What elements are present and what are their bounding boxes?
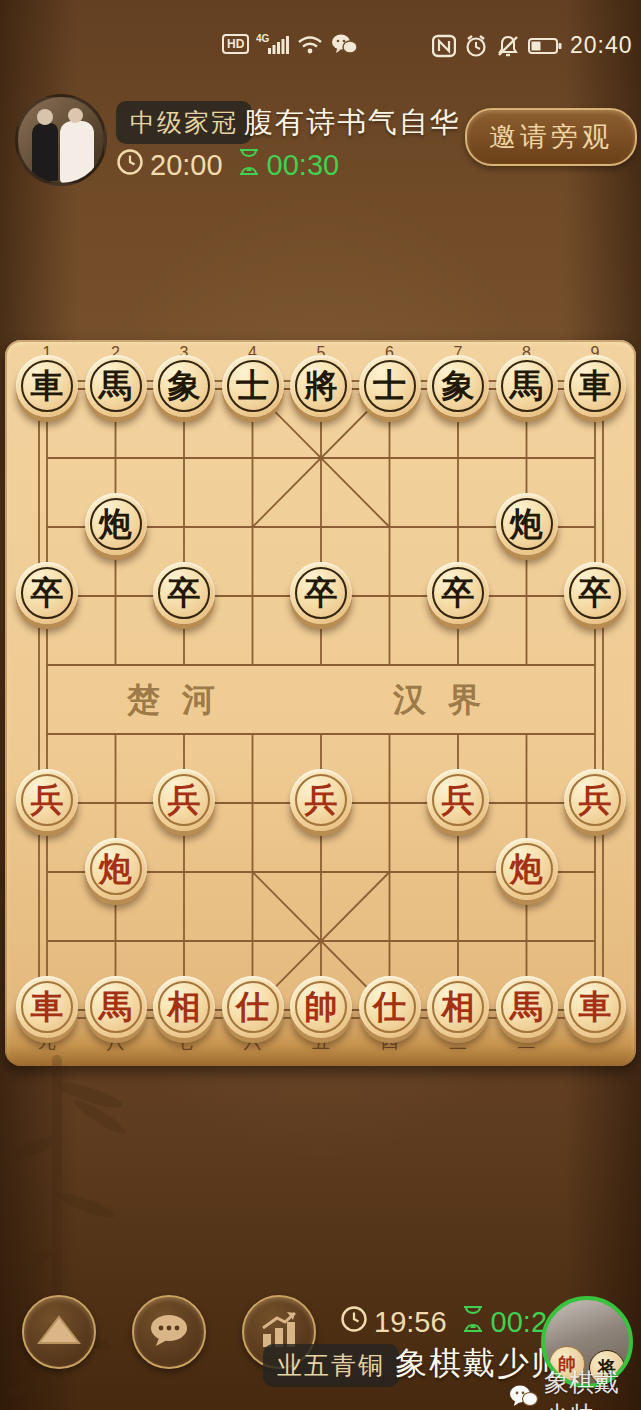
bottom-player-rank-badge: 业五青铜 <box>263 1344 399 1387</box>
piece-character: 仕 <box>227 981 279 1033</box>
piece-red-cannon[interactable]: 炮 <box>85 838 147 900</box>
piece-red-cannon[interactable]: 炮 <box>496 838 558 900</box>
top-player-timers: 20:00 00:30 <box>116 148 339 183</box>
piece-character: 卒 <box>295 567 347 619</box>
piece-character: 車 <box>569 981 621 1033</box>
piece-red-soldier[interactable]: 兵 <box>153 769 215 831</box>
top-total-time: 20:00 <box>150 149 223 182</box>
piece-character: 象 <box>432 360 484 412</box>
piece-black-horse[interactable]: 馬 <box>85 355 147 417</box>
piece-character: 馬 <box>90 360 142 412</box>
wechat-icon <box>330 32 358 56</box>
piece-character: 馬 <box>90 981 142 1033</box>
piece-character: 馬 <box>501 360 553 412</box>
top-player-rank-badge: 中级家冠 <box>116 101 252 144</box>
wechat-icon <box>508 1383 538 1410</box>
piece-black-chariot[interactable]: 車 <box>564 355 626 417</box>
piece-red-chariot[interactable]: 車 <box>16 976 78 1038</box>
piece-character: 炮 <box>90 843 142 895</box>
wifi-icon <box>297 32 323 56</box>
piece-character: 車 <box>569 360 621 412</box>
piece-character: 兵 <box>21 774 73 826</box>
piece-character: 炮 <box>501 843 553 895</box>
avatar-photo-placeholder <box>32 123 58 181</box>
hourglass-icon <box>237 148 261 183</box>
piece-character: 炮 <box>90 498 142 550</box>
piece-black-soldier[interactable]: 卒 <box>16 562 78 624</box>
status-bar: HD 4G 20:40 <box>0 26 641 66</box>
hourglass-icon <box>461 1305 485 1340</box>
xiangqi-app-screen: { "game": "xiangqi (Chinese chess)", "po… <box>0 0 641 1410</box>
piece-black-soldier[interactable]: 卒 <box>290 562 352 624</box>
piece-character: 兵 <box>295 774 347 826</box>
watermark-text: 象棋戴少帅 <box>544 1366 641 1410</box>
watermark: 象棋戴少帅 <box>508 1366 641 1410</box>
piece-red-soldier[interactable]: 兵 <box>290 769 352 831</box>
piece-red-chariot[interactable]: 車 <box>564 976 626 1038</box>
top-player-name: 腹有诗书气自华 <box>244 103 461 143</box>
piece-character: 炮 <box>501 498 553 550</box>
piece-character: 卒 <box>569 567 621 619</box>
nfc-icon <box>432 34 456 58</box>
piece-character: 仕 <box>364 981 416 1033</box>
piece-black-horse[interactable]: 馬 <box>496 355 558 417</box>
mute-icon <box>496 34 520 58</box>
chat-button[interactable] <box>132 1295 206 1369</box>
piece-red-horse[interactable]: 馬 <box>85 976 147 1038</box>
river-label-right: 汉界 <box>393 678 503 723</box>
piece-black-advisor[interactable]: 士 <box>222 355 284 417</box>
piece-character: 卒 <box>21 567 73 619</box>
status-right-icons: 20:40 <box>432 32 633 59</box>
piece-character: 士 <box>227 360 279 412</box>
piece-red-horse[interactable]: 馬 <box>496 976 558 1038</box>
hd-icon: HD <box>222 34 249 54</box>
piece-red-advisor[interactable]: 仕 <box>359 976 421 1038</box>
bottom-player-timers: 19:56 00:26 <box>340 1305 563 1340</box>
clock-icon <box>116 148 144 183</box>
piece-red-soldier[interactable]: 兵 <box>564 769 626 831</box>
piece-character: 兵 <box>158 774 210 826</box>
clock-icon <box>340 1305 368 1340</box>
piece-black-soldier[interactable]: 卒 <box>427 562 489 624</box>
invite-spectate-button[interactable]: 邀请旁观 <box>465 108 637 166</box>
battery-icon <box>528 36 562 56</box>
clock-time: 20:40 <box>570 32 633 59</box>
bottom-total-time: 19:56 <box>374 1306 447 1339</box>
piece-character: 馬 <box>501 981 553 1033</box>
4g-signal-icon: 4G <box>256 32 290 56</box>
river-label-left: 楚河 <box>127 678 237 723</box>
piece-character: 相 <box>158 981 210 1033</box>
piece-black-elephant[interactable]: 象 <box>153 355 215 417</box>
piece-black-soldier[interactable]: 卒 <box>153 562 215 624</box>
top-move-time: 00:30 <box>267 149 340 182</box>
piece-black-elephant[interactable]: 象 <box>427 355 489 417</box>
piece-character: 將 <box>295 360 347 412</box>
piece-black-cannon[interactable]: 炮 <box>496 493 558 555</box>
piece-black-general[interactable]: 將 <box>290 355 352 417</box>
piece-black-cannon[interactable]: 炮 <box>85 493 147 555</box>
piece-black-advisor[interactable]: 士 <box>359 355 421 417</box>
piece-character: 卒 <box>158 567 210 619</box>
piece-red-elephant[interactable]: 相 <box>153 976 215 1038</box>
xiangqi-board[interactable]: 楚河 汉界 123456789九八七六五四三二一車馬象士將士象馬車炮炮卒卒卒卒卒… <box>5 340 636 1066</box>
board-grid-lines <box>5 340 636 1066</box>
avatar-photo-placeholder <box>60 121 94 183</box>
piece-red-soldier[interactable]: 兵 <box>427 769 489 831</box>
chat-bubble-icon <box>147 1311 191 1353</box>
piece-black-soldier[interactable]: 卒 <box>564 562 626 624</box>
piece-character: 卒 <box>432 567 484 619</box>
triangle-icon <box>37 1313 81 1351</box>
piece-character: 象 <box>158 360 210 412</box>
fold-button[interactable] <box>22 1295 96 1369</box>
piece-black-chariot[interactable]: 車 <box>16 355 78 417</box>
piece-red-elephant[interactable]: 相 <box>427 976 489 1038</box>
piece-character: 兵 <box>569 774 621 826</box>
svg-text:4G: 4G <box>256 33 270 44</box>
piece-character: 車 <box>21 981 73 1033</box>
alarm-icon <box>464 34 488 58</box>
piece-red-general[interactable]: 帥 <box>290 976 352 1038</box>
piece-red-soldier[interactable]: 兵 <box>16 769 78 831</box>
piece-red-advisor[interactable]: 仕 <box>222 976 284 1038</box>
piece-character: 車 <box>21 360 73 412</box>
piece-character: 相 <box>432 981 484 1033</box>
top-player-avatar[interactable] <box>15 94 107 186</box>
piece-character: 士 <box>364 360 416 412</box>
piece-character: 兵 <box>432 774 484 826</box>
status-left-icons: HD 4G <box>222 32 358 56</box>
piece-character: 帥 <box>295 981 347 1033</box>
